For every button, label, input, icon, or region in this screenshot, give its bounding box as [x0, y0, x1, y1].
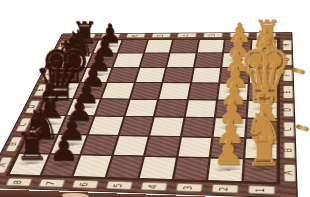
rank-label: 5 — [151, 33, 171, 37]
rank-label: 6 — [72, 180, 99, 189]
file-label: A — [283, 164, 295, 182]
file-label: H — [282, 40, 291, 50]
square-h3 — [196, 39, 225, 53]
square-f2: ♟ — [219, 67, 249, 83]
square-b5 — [112, 135, 149, 156]
square-g5 — [139, 53, 170, 67]
file-label: C — [283, 121, 294, 136]
square-h5 — [143, 39, 173, 53]
square-e3 — [187, 83, 219, 100]
square-g7: ♟ — [86, 53, 118, 67]
square-d4 — [154, 99, 188, 117]
rank-label: 4 — [177, 33, 197, 37]
square-c3 — [180, 117, 214, 137]
square-c2: ♟ — [212, 117, 246, 137]
square-c4 — [149, 117, 184, 137]
rank-label: 1 — [256, 32, 276, 37]
square-h2: ♟ — [223, 39, 251, 53]
square-d1: ♛ — [246, 100, 278, 119]
board-grid: ♜♞♝♛♚♝♞♜♟♟♟♟♟♟♟♟♟♟♟♟♟♟♟♟♜♞♝♛♚♝♞♜ — [5, 38, 280, 184]
square-e4 — [158, 82, 190, 99]
rank-label: 4 — [140, 182, 167, 191]
square-e5 — [129, 82, 162, 99]
front-inlay — [61, 192, 90, 197]
rank-label: 7 — [38, 179, 65, 188]
square-c1: ♝ — [245, 118, 278, 138]
square-e8: ♚ — [45, 82, 79, 98]
square-a4 — [138, 156, 176, 179]
board-frame: ♜♞♝♛♚♝♞♜♟♟♟♟♟♟♟♟♟♟♟♟♟♟♟♟♜♞♝♛♚♝♞♜ AA88BB7… — [0, 31, 298, 197]
square-f4 — [162, 67, 193, 83]
square-g1: ♞ — [249, 53, 278, 68]
square-e7: ♟ — [73, 82, 107, 98]
rank-label: 2 — [211, 184, 238, 193]
square-b2: ♟ — [210, 137, 245, 159]
square-h8: ♜ — [67, 40, 98, 53]
rank-label: 8 — [5, 178, 32, 186]
file-label: F — [282, 69, 292, 81]
square-g4 — [166, 53, 196, 67]
perspective-scene: ♜♞♝♛♚♝♞♜♟♟♟♟♟♟♟♟♟♟♟♟♟♟♟♟♜♞♝♛♚♝♞♜ AA88BB7… — [0, 0, 310, 197]
square-a2: ♟ — [207, 158, 244, 182]
rank-label: 2 — [229, 32, 249, 37]
chess-board: ♜♞♝♛♚♝♞♜♟♟♟♟♟♟♟♟♟♟♟♟♟♟♟♟♜♞♝♛♚♝♞♜ AA88BB7… — [0, 31, 298, 197]
square-d3 — [184, 99, 217, 117]
square-b3 — [177, 136, 213, 157]
square-d2: ♟ — [215, 100, 247, 118]
square-d5 — [124, 99, 158, 117]
square-a5 — [105, 155, 144, 178]
square-e1: ♚ — [247, 83, 278, 100]
square-e2: ♟ — [217, 83, 248, 100]
file-label: B — [283, 142, 295, 158]
square-f3 — [191, 67, 222, 83]
square-c5 — [118, 116, 154, 135]
square-h1: ♜ — [250, 39, 278, 53]
square-a3 — [172, 157, 209, 180]
square-g3 — [193, 53, 223, 68]
square-g8: ♞ — [60, 53, 92, 67]
photo-stage: ♜♞♝♛♚♝♞♜♟♟♟♟♟♟♟♟♟♟♟♟♟♟♟♟♜♞♝♛♚♝♞♜ AA88BB7… — [0, 0, 310, 197]
square-b1: ♞ — [243, 137, 277, 159]
file-label: G — [282, 54, 292, 65]
rank-label: 3 — [203, 33, 223, 38]
square-b4 — [144, 136, 181, 157]
rank-label: 7 — [101, 33, 121, 37]
square-f5 — [134, 67, 166, 82]
file-label: E — [282, 85, 293, 98]
front-inlay — [173, 196, 238, 197]
rank-label: 1 — [248, 185, 275, 194]
rank-label: 3 — [175, 183, 202, 192]
square-a1: ♜ — [242, 158, 278, 182]
square-h4 — [170, 39, 199, 53]
rank-label: 5 — [106, 181, 133, 190]
rank-label: 8 — [76, 33, 96, 37]
rank-label: 6 — [126, 33, 146, 37]
square-f8: ♝ — [53, 67, 86, 82]
square-g2: ♟ — [221, 53, 250, 68]
file-label: D — [283, 103, 294, 117]
square-f1: ♝ — [248, 67, 278, 83]
